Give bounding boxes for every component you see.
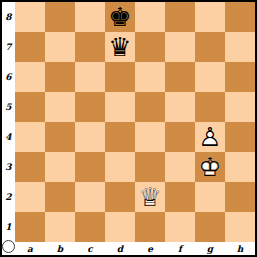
square-c8[interactable] (75, 2, 105, 32)
square-a8[interactable] (15, 2, 45, 32)
square-b7[interactable] (45, 32, 75, 62)
square-h2[interactable] (225, 182, 255, 212)
rank-label-7: 7 (2, 32, 15, 62)
square-g2[interactable] (195, 182, 225, 212)
black-queen[interactable]: ♛ (105, 32, 135, 62)
square-g8[interactable] (195, 2, 225, 32)
square-e8[interactable] (135, 2, 165, 32)
square-h8[interactable] (225, 2, 255, 32)
rank-label-4: 4 (2, 122, 15, 152)
square-a5[interactable] (15, 92, 45, 122)
square-c1[interactable] (75, 212, 105, 242)
square-e3[interactable] (135, 152, 165, 182)
square-d1[interactable] (105, 212, 135, 242)
board-corner (2, 242, 15, 255)
square-f1[interactable] (165, 212, 195, 242)
square-b5[interactable] (45, 92, 75, 122)
white-to-move-indicator (2, 240, 15, 253)
file-label-b: b (45, 242, 75, 255)
square-a1[interactable] (15, 212, 45, 242)
square-e6[interactable] (135, 62, 165, 92)
rank-label-3: 3 (2, 152, 15, 182)
white-pawn[interactable]: ♙ (195, 122, 225, 152)
square-f2[interactable] (165, 182, 195, 212)
square-c7[interactable] (75, 32, 105, 62)
square-c4[interactable] (75, 122, 105, 152)
square-h1[interactable] (225, 212, 255, 242)
rank-label-5: 5 (2, 92, 15, 122)
rank-label-8: 8 (2, 2, 15, 32)
square-b3[interactable] (45, 152, 75, 182)
square-g5[interactable] (195, 92, 225, 122)
square-c6[interactable] (75, 62, 105, 92)
square-f3[interactable] (165, 152, 195, 182)
square-f7[interactable] (165, 32, 195, 62)
file-label-h: h (225, 242, 255, 255)
square-d5[interactable] (105, 92, 135, 122)
square-b6[interactable] (45, 62, 75, 92)
square-a2[interactable] (15, 182, 45, 212)
file-label-f: f (165, 242, 195, 255)
rank-label-2: 2 (2, 182, 15, 212)
square-e4[interactable] (135, 122, 165, 152)
chess-diagram: 8♚7♛654♟♙3♚♔2♛♕1abcdefgh (0, 0, 257, 257)
file-label-a: a (15, 242, 45, 255)
white-queen-fill: ♛ (135, 182, 165, 212)
square-e5[interactable] (135, 92, 165, 122)
file-label-g: g (195, 242, 225, 255)
white-pawn-fill: ♟ (195, 122, 225, 152)
square-g7[interactable] (195, 32, 225, 62)
square-f5[interactable] (165, 92, 195, 122)
chess-board: 8♚7♛654♟♙3♚♔2♛♕1abcdefgh (2, 2, 255, 255)
black-king[interactable]: ♚ (105, 2, 135, 32)
file-label-c: c (75, 242, 105, 255)
square-h7[interactable] (225, 32, 255, 62)
square-b2[interactable] (45, 182, 75, 212)
white-king[interactable]: ♔ (195, 152, 225, 182)
square-f4[interactable] (165, 122, 195, 152)
square-d8[interactable]: ♚ (105, 2, 135, 32)
square-e1[interactable] (135, 212, 165, 242)
square-a4[interactable] (15, 122, 45, 152)
square-h4[interactable] (225, 122, 255, 152)
square-d3[interactable] (105, 152, 135, 182)
square-c5[interactable] (75, 92, 105, 122)
square-c2[interactable] (75, 182, 105, 212)
square-h6[interactable] (225, 62, 255, 92)
white-king-fill: ♚ (195, 152, 225, 182)
square-e2[interactable]: ♛♕ (135, 182, 165, 212)
square-h5[interactable] (225, 92, 255, 122)
square-f6[interactable] (165, 62, 195, 92)
square-g6[interactable] (195, 62, 225, 92)
square-c3[interactable] (75, 152, 105, 182)
square-h3[interactable] (225, 152, 255, 182)
square-g1[interactable] (195, 212, 225, 242)
square-b1[interactable] (45, 212, 75, 242)
square-d7[interactable]: ♛ (105, 32, 135, 62)
file-label-d: d (105, 242, 135, 255)
square-a3[interactable] (15, 152, 45, 182)
square-f8[interactable] (165, 2, 195, 32)
rank-label-6: 6 (2, 62, 15, 92)
square-d4[interactable] (105, 122, 135, 152)
square-g4[interactable]: ♟♙ (195, 122, 225, 152)
square-d6[interactable] (105, 62, 135, 92)
square-b8[interactable] (45, 2, 75, 32)
square-g3[interactable]: ♚♔ (195, 152, 225, 182)
square-d2[interactable] (105, 182, 135, 212)
white-queen[interactable]: ♕ (135, 182, 165, 212)
square-a7[interactable] (15, 32, 45, 62)
square-b4[interactable] (45, 122, 75, 152)
file-label-e: e (135, 242, 165, 255)
square-e7[interactable] (135, 32, 165, 62)
square-a6[interactable] (15, 62, 45, 92)
rank-label-1: 1 (2, 212, 15, 242)
